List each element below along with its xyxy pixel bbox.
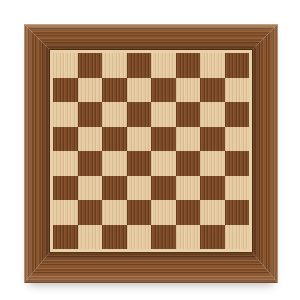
square-e7[interactable] <box>151 78 176 103</box>
square-e1[interactable] <box>151 225 176 250</box>
board-frame-left <box>24 24 50 283</box>
square-a3[interactable] <box>53 176 78 201</box>
square-c6[interactable] <box>102 102 127 127</box>
square-h2[interactable] <box>225 200 250 225</box>
square-c3[interactable] <box>102 176 127 201</box>
square-g1[interactable] <box>200 225 225 250</box>
square-e6[interactable] <box>151 102 176 127</box>
square-h7[interactable] <box>225 78 250 103</box>
square-e5[interactable] <box>151 127 176 152</box>
square-h4[interactable] <box>225 151 250 176</box>
square-f1[interactable] <box>176 225 201 250</box>
square-a6[interactable] <box>53 102 78 127</box>
board-squares-grid <box>53 53 249 249</box>
square-d5[interactable] <box>127 127 152 152</box>
square-d3[interactable] <box>127 176 152 201</box>
square-h3[interactable] <box>225 176 250 201</box>
square-d8[interactable] <box>127 53 152 78</box>
square-b4[interactable] <box>78 151 103 176</box>
square-f3[interactable] <box>176 176 201 201</box>
board-frame-right <box>252 24 278 283</box>
photo-background <box>0 0 300 300</box>
square-g5[interactable] <box>200 127 225 152</box>
square-a4[interactable] <box>53 151 78 176</box>
square-c8[interactable] <box>102 53 127 78</box>
square-a1[interactable] <box>53 225 78 250</box>
square-f8[interactable] <box>176 53 201 78</box>
square-b6[interactable] <box>78 102 103 127</box>
square-f6[interactable] <box>176 102 201 127</box>
square-h6[interactable] <box>225 102 250 127</box>
square-b2[interactable] <box>78 200 103 225</box>
square-f4[interactable] <box>176 151 201 176</box>
square-c5[interactable] <box>102 127 127 152</box>
board-frame-top <box>24 24 278 50</box>
square-g6[interactable] <box>200 102 225 127</box>
square-c2[interactable] <box>102 200 127 225</box>
square-f2[interactable] <box>176 200 201 225</box>
square-h8[interactable] <box>225 53 250 78</box>
square-b8[interactable] <box>78 53 103 78</box>
square-g3[interactable] <box>200 176 225 201</box>
square-e8[interactable] <box>151 53 176 78</box>
square-g7[interactable] <box>200 78 225 103</box>
square-b7[interactable] <box>78 78 103 103</box>
square-e2[interactable] <box>151 200 176 225</box>
square-d2[interactable] <box>127 200 152 225</box>
square-f7[interactable] <box>176 78 201 103</box>
square-a2[interactable] <box>53 200 78 225</box>
square-g4[interactable] <box>200 151 225 176</box>
square-d6[interactable] <box>127 102 152 127</box>
square-d1[interactable] <box>127 225 152 250</box>
square-d4[interactable] <box>127 151 152 176</box>
square-a5[interactable] <box>53 127 78 152</box>
board-frame-bottom <box>24 252 278 283</box>
square-c1[interactable] <box>102 225 127 250</box>
square-e3[interactable] <box>151 176 176 201</box>
square-g2[interactable] <box>200 200 225 225</box>
board-inlay-strip <box>50 50 252 252</box>
square-h5[interactable] <box>225 127 250 152</box>
square-a7[interactable] <box>53 78 78 103</box>
square-c4[interactable] <box>102 151 127 176</box>
square-g8[interactable] <box>200 53 225 78</box>
square-c7[interactable] <box>102 78 127 103</box>
square-f5[interactable] <box>176 127 201 152</box>
chess-board <box>24 24 278 283</box>
square-h1[interactable] <box>225 225 250 250</box>
square-d7[interactable] <box>127 78 152 103</box>
square-b3[interactable] <box>78 176 103 201</box>
square-b5[interactable] <box>78 127 103 152</box>
square-b1[interactable] <box>78 225 103 250</box>
square-e4[interactable] <box>151 151 176 176</box>
square-a8[interactable] <box>53 53 78 78</box>
